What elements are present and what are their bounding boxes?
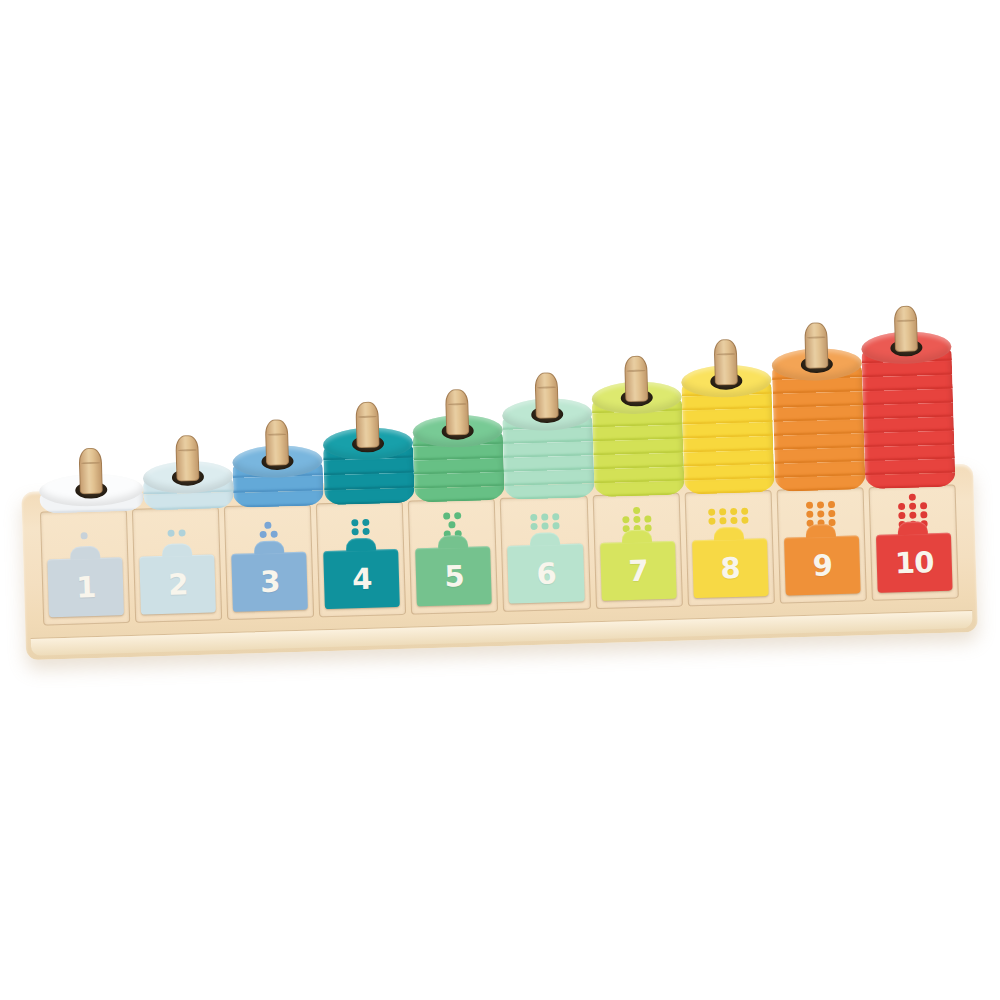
- count-dot: [362, 519, 369, 526]
- number-tile-10[interactable]: 10: [876, 533, 953, 593]
- count-dot: [362, 528, 369, 535]
- count-dot: [351, 519, 358, 526]
- dot-row: [530, 522, 559, 530]
- count-dot: [817, 501, 824, 508]
- count-dot: [552, 522, 559, 529]
- count-dot: [633, 506, 640, 513]
- count-dot: [741, 508, 748, 515]
- tile-number-label: 8: [720, 551, 740, 586]
- ring-pile: [861, 346, 955, 489]
- peg-stack-9: [771, 347, 865, 492]
- slot-cell-2: 2: [132, 506, 222, 623]
- number-tile-1[interactable]: 1: [47, 557, 124, 617]
- slot-cell-9: 9: [776, 487, 866, 604]
- count-dot: [898, 512, 905, 519]
- dot-row: [898, 502, 927, 510]
- wooden-peg-5[interactable]: [445, 389, 469, 436]
- count-dot: [259, 531, 266, 538]
- dot-row: [351, 519, 369, 527]
- count-dot: [828, 510, 835, 517]
- wooden-peg-3[interactable]: [265, 419, 289, 466]
- number-tile-7[interactable]: 7: [600, 541, 677, 601]
- count-dot: [817, 510, 824, 517]
- count-dot: [449, 521, 456, 528]
- slot-cell-3: 3: [224, 504, 314, 621]
- product-photo-background: 12345678910: [0, 0, 1000, 1000]
- count-dot: [898, 503, 905, 510]
- slot-cell-6: 6: [500, 495, 590, 612]
- count-dot: [530, 514, 537, 521]
- tile-number-label: 2: [168, 567, 188, 602]
- peg-stack-2: [143, 460, 234, 511]
- count-dot: [541, 514, 548, 521]
- count-dot: [909, 512, 916, 519]
- peg-stack-10: [861, 330, 956, 489]
- number-tile-5[interactable]: 5: [416, 546, 493, 606]
- count-dot: [552, 513, 559, 520]
- stacking-ring[interactable]: [414, 486, 504, 503]
- count-dot: [541, 523, 548, 530]
- tile-number-label: 5: [444, 559, 464, 594]
- ring-pile: [772, 363, 866, 492]
- dot-row: [265, 522, 272, 529]
- number-tile-6[interactable]: 6: [508, 544, 585, 604]
- tile-number-label: 4: [352, 562, 372, 597]
- tile-number-label: 9: [812, 548, 832, 583]
- stacking-ring[interactable]: [234, 490, 324, 508]
- stacking-ring[interactable]: [595, 480, 685, 497]
- count-dot: [909, 494, 916, 501]
- count-dot: [454, 512, 461, 519]
- count-dot: [644, 515, 651, 522]
- count-dot: [730, 508, 737, 515]
- count-dot: [265, 522, 272, 529]
- count-dot: [622, 516, 629, 523]
- dot-row: [806, 501, 835, 509]
- dot-row: [449, 521, 456, 528]
- peg-stack-4: [322, 427, 414, 506]
- count-dot: [443, 512, 450, 519]
- slot-cell-5: 5: [408, 498, 498, 615]
- dot-row: [81, 532, 88, 539]
- dot-row: [167, 529, 185, 537]
- count-dot: [806, 501, 813, 508]
- wooden-peg-8[interactable]: [714, 339, 738, 386]
- count-dot: [909, 503, 916, 510]
- count-dot: [178, 529, 185, 536]
- peg-stack-3: [232, 444, 324, 508]
- tile-number-label: 3: [260, 565, 280, 600]
- dot-row: [443, 512, 461, 520]
- number-tile-3[interactable]: 3: [231, 552, 308, 612]
- slot-cell-10: 10: [868, 484, 958, 601]
- tile-number-label: 6: [536, 556, 556, 591]
- dot-row: [709, 517, 749, 525]
- wooden-peg-4[interactable]: [355, 402, 379, 449]
- tile-number-label: 1: [76, 570, 96, 605]
- slot-cell-1: 1: [40, 509, 130, 626]
- count-dot: [708, 509, 715, 516]
- count-dot: [709, 518, 716, 525]
- wooden-peg-2[interactable]: [175, 435, 199, 482]
- count-dot: [828, 501, 835, 508]
- stacking-ring[interactable]: [144, 492, 234, 511]
- peg-stack-1: [39, 473, 144, 514]
- count-dot: [920, 511, 927, 518]
- peg-stack-8: [681, 364, 775, 495]
- peg-stack-6: [502, 397, 595, 500]
- dot-row: [898, 511, 927, 519]
- dot-row: [351, 528, 369, 536]
- peg-stack-7: [592, 380, 685, 497]
- wooden-peg-1[interactable]: [79, 448, 103, 495]
- count-dot: [81, 532, 88, 539]
- tile-number-label: 10: [895, 545, 934, 580]
- count-dot: [633, 515, 640, 522]
- counting-toy: 12345678910: [17, 322, 979, 695]
- number-tile-9[interactable]: 9: [784, 535, 861, 595]
- stacking-ring[interactable]: [865, 472, 955, 489]
- wooden-peg-6[interactable]: [534, 372, 558, 419]
- number-tile-8[interactable]: 8: [692, 538, 769, 598]
- number-tile-4[interactable]: 4: [323, 549, 400, 609]
- dot-row: [909, 494, 916, 501]
- tile-number-label: 7: [628, 554, 648, 589]
- dot-row: [633, 506, 640, 513]
- count-dot: [167, 529, 174, 536]
- count-dot: [351, 528, 358, 535]
- wooden-peg-7[interactable]: [624, 356, 648, 403]
- slot-cell-4: 4: [316, 501, 406, 618]
- wooden-peg-9[interactable]: [804, 322, 828, 369]
- count-dot: [270, 531, 277, 538]
- count-dot: [731, 517, 738, 524]
- stacking-ring[interactable]: [685, 478, 775, 495]
- count-dot: [719, 508, 726, 515]
- count-dot: [720, 517, 727, 524]
- slot-cell-8: 8: [684, 490, 774, 607]
- stacking-ring[interactable]: [324, 487, 414, 505]
- number-tile-2[interactable]: 2: [139, 554, 216, 614]
- count-dot: [530, 523, 537, 530]
- dot-row: [708, 508, 748, 516]
- dot-row: [622, 515, 651, 523]
- count-dot: [806, 510, 813, 517]
- stacking-ring[interactable]: [775, 475, 865, 492]
- peg-stack-5: [412, 414, 505, 503]
- count-dot: [920, 502, 927, 509]
- peg-stacks-row: [35, 328, 955, 513]
- wooden-peg-10[interactable]: [894, 305, 918, 352]
- dot-row: [530, 513, 559, 521]
- dot-row: [806, 510, 835, 518]
- count-dot: [742, 517, 749, 524]
- slot-cell-7: 7: [592, 493, 682, 610]
- dot-row: [259, 531, 277, 539]
- stacking-ring[interactable]: [504, 483, 594, 500]
